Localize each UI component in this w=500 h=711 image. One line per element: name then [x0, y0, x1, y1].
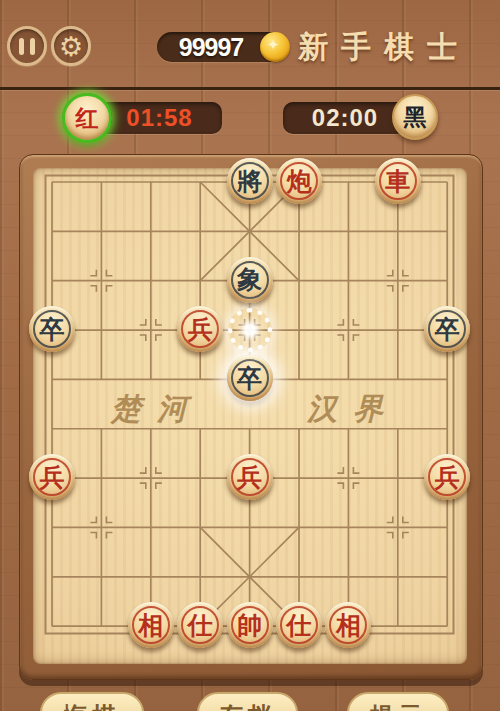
board-grid	[33, 168, 467, 664]
board-frame: 楚河 汉界 將炮車象卒兵卒卒兵兵兵相仕帥仕相	[19, 154, 483, 680]
black-timer-value: 02:00	[312, 104, 378, 132]
piece-character: 帥	[237, 613, 262, 638]
undo-move-button[interactable]: 悔棋	[40, 692, 144, 711]
piece-character: 兵	[435, 465, 460, 490]
piece-仕-r9c5[interactable]: 仕	[276, 602, 322, 648]
black-side-label: 黑	[404, 102, 427, 133]
piece-兵-r3c3[interactable]: 兵	[177, 306, 223, 352]
red-timer: 01:58	[97, 102, 222, 134]
piece-character: 兵	[188, 317, 213, 342]
piece-character: 兵	[40, 465, 65, 490]
piece-象-r2c4[interactable]: 象	[227, 257, 273, 303]
gear-icon: ⚙	[59, 33, 83, 60]
piece-character: 車	[385, 169, 410, 194]
piece-仕-r9c3[interactable]: 仕	[177, 602, 223, 648]
piece-character: 卒	[40, 317, 65, 342]
piece-character: 象	[237, 267, 262, 292]
red-timer-value: 01:58	[126, 104, 192, 132]
piece-兵-r6c4[interactable]: 兵	[227, 454, 273, 500]
piece-兵-r6c0[interactable]: 兵	[29, 454, 75, 500]
player-rank-title: 新手棋士	[298, 27, 470, 68]
piece-character: 相	[138, 613, 163, 638]
red-side-disc-active: 红	[62, 93, 112, 143]
bottom-button-bar: 悔棋 存档 提示	[0, 692, 500, 711]
hint-label: 提示	[370, 700, 426, 711]
piece-卒-r3c8[interactable]: 卒	[424, 306, 470, 352]
black-side-disc: 黑	[392, 94, 438, 140]
river-label-han-jie: 汉界	[307, 389, 399, 430]
piece-character: 將	[237, 169, 262, 194]
pause-icon	[30, 38, 35, 55]
top-bar: ⚙ 99997 新手棋士	[0, 0, 500, 88]
save-label: 存档	[220, 700, 276, 711]
black-timer: 02:00	[283, 102, 407, 134]
piece-character: 炮	[287, 169, 312, 194]
undo-label: 悔棋	[64, 700, 120, 711]
save-game-button[interactable]: 存档	[197, 692, 298, 711]
piece-character: 卒	[435, 317, 460, 342]
timer-row: 红 01:58 02:00 黑	[0, 88, 500, 154]
piece-炮-r0c5[interactable]: 炮	[276, 158, 322, 204]
last-move-origin-marker	[228, 308, 272, 352]
piece-character: 兵	[237, 465, 262, 490]
piece-character: 相	[336, 613, 361, 638]
piece-character: 卒	[237, 366, 262, 391]
settings-button[interactable]: ⚙	[51, 26, 91, 66]
piece-帥-r9c4[interactable]: 帥	[227, 602, 273, 648]
pause-button[interactable]	[7, 26, 47, 66]
piece-車-r0c7[interactable]: 車	[375, 158, 421, 204]
river-label-chu-he: 楚河	[111, 389, 203, 430]
piece-將-r0c4[interactable]: 將	[227, 158, 273, 204]
piece-character: 仕	[188, 613, 213, 638]
piece-相-r9c2[interactable]: 相	[128, 602, 174, 648]
xiangqi-board[interactable]: 楚河 汉界 將炮車象卒兵卒卒兵兵兵相仕帥仕相	[33, 168, 467, 664]
piece-character: 仕	[287, 613, 312, 638]
pause-icon	[19, 38, 24, 55]
red-side-label: 红	[76, 103, 99, 134]
coin-icon	[260, 32, 290, 62]
piece-卒-r4c4[interactable]: 卒	[227, 355, 273, 401]
piece-兵-r6c8[interactable]: 兵	[424, 454, 470, 500]
coin-count: 99997	[163, 33, 259, 61]
xiangqi-game-screen: ⚙ 99997 新手棋士 红 01:58 02:00 黑 楚河 汉界 將炮車象卒…	[0, 0, 500, 711]
piece-卒-r3c0[interactable]: 卒	[29, 306, 75, 352]
hint-button[interactable]: 提示	[347, 692, 449, 711]
coin-counter[interactable]: 99997	[157, 32, 287, 62]
